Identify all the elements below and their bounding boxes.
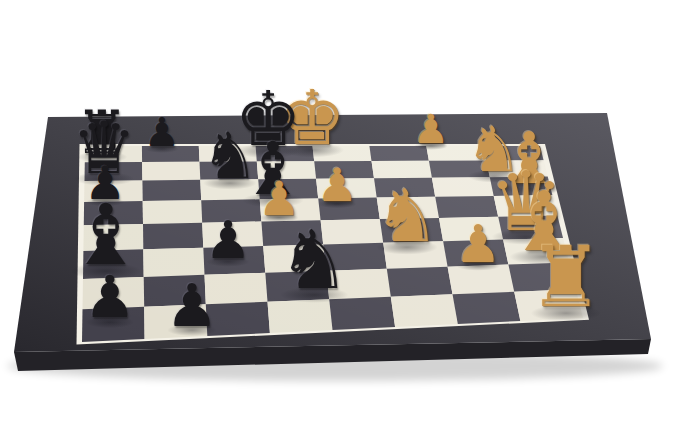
chess-set-photo: ♟♟♚♚♜♞♛♞♝♝♟♟♟♛♞♝♟♟♝♞♜♟♟ (0, 0, 698, 448)
board-sheen (82, 146, 583, 342)
chess-board (0, 0, 698, 448)
